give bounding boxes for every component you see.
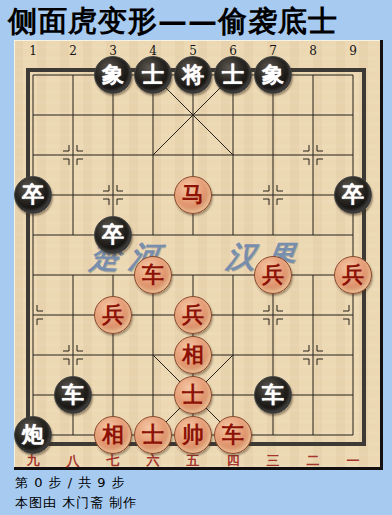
- page-title: 侧面虎变形——偷袭底士: [8, 2, 338, 42]
- status-move-counter: 第 0 步 / 共 9 步: [15, 474, 126, 492]
- piece-red[interactable]: 相: [174, 336, 212, 374]
- piece-red[interactable]: 马: [174, 176, 212, 214]
- piece-black[interactable]: 炮: [14, 416, 52, 454]
- piece-black[interactable]: 士: [134, 56, 172, 94]
- piece-red[interactable]: 兵: [334, 256, 372, 294]
- piece-black[interactable]: 士: [214, 56, 252, 94]
- piece-black[interactable]: 卒: [14, 176, 52, 214]
- piece-black[interactable]: 卒: [334, 176, 372, 214]
- file-label-bottom: 四: [221, 452, 245, 470]
- piece-black[interactable]: 象: [94, 56, 132, 94]
- piece-red[interactable]: 兵: [174, 296, 212, 334]
- file-label-bottom: 九: [21, 452, 45, 470]
- status-credit: 本图由 木门斋 制作: [15, 494, 137, 512]
- file-label-top: 8: [301, 44, 325, 58]
- piece-red[interactable]: 车: [214, 416, 252, 454]
- piece-red[interactable]: 士: [134, 416, 172, 454]
- piece-red[interactable]: 兵: [94, 296, 132, 334]
- piece-black[interactable]: 象: [254, 56, 292, 94]
- piece-black[interactable]: 车: [254, 376, 292, 414]
- piece-red[interactable]: 相: [94, 416, 132, 454]
- file-label-top: 1: [21, 44, 45, 58]
- xiangqi-board: 楚河 汉界 123456789九八七六五四三二一象士将士象卒卒卒车车炮马车兵兵兵…: [14, 40, 383, 470]
- piece-black[interactable]: 卒: [94, 216, 132, 254]
- piece-red[interactable]: 士: [174, 376, 212, 414]
- piece-red[interactable]: 车: [134, 256, 172, 294]
- piece-black[interactable]: 将: [174, 56, 212, 94]
- file-label-bottom: 七: [101, 452, 125, 470]
- file-label-top: 9: [341, 44, 365, 58]
- file-label-bottom: 六: [141, 452, 165, 470]
- file-label-top: 2: [61, 44, 85, 58]
- file-label-bottom: 一: [341, 452, 365, 470]
- file-label-bottom: 三: [261, 452, 285, 470]
- page: 侧面虎变形——偷袭底士 楚河 汉界 123456789九八七六五四三二一象士将士…: [0, 0, 392, 515]
- file-label-bottom: 二: [301, 452, 325, 470]
- file-label-bottom: 八: [61, 452, 85, 470]
- piece-black[interactable]: 车: [54, 376, 92, 414]
- piece-red[interactable]: 兵: [254, 256, 292, 294]
- file-label-bottom: 五: [181, 452, 205, 470]
- piece-red[interactable]: 帅: [174, 416, 212, 454]
